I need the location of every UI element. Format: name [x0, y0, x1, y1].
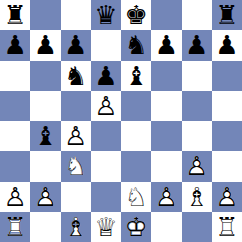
piece-white-rook[interactable]: ♜♖: [212, 212, 242, 242]
white-piece-outline: ♙: [91, 91, 121, 121]
white-piece-outline: ♔: [121, 212, 151, 242]
piece-black-king[interactable]: ♚: [121, 0, 151, 30]
square-g3[interactable]: ♟♙: [182, 151, 212, 181]
square-g7[interactable]: ♟: [182, 30, 212, 60]
square-e6[interactable]: ♝: [121, 61, 151, 91]
square-a4[interactable]: [0, 121, 30, 151]
square-c4[interactable]: ♟♙: [61, 121, 91, 151]
square-g8[interactable]: [182, 0, 212, 30]
square-b2[interactable]: ♟♙: [30, 182, 60, 212]
piece-black-pawn[interactable]: ♟: [182, 30, 212, 60]
square-h6[interactable]: [212, 61, 242, 91]
square-h3[interactable]: [212, 151, 242, 181]
square-a6[interactable]: [0, 61, 30, 91]
piece-white-bishop[interactable]: ♝♗: [182, 182, 212, 212]
square-e3[interactable]: [121, 151, 151, 181]
white-piece-outline: ♙: [0, 182, 30, 212]
square-f7[interactable]: ♟: [151, 30, 181, 60]
piece-white-pawn[interactable]: ♟♙: [0, 182, 30, 212]
piece-black-pawn[interactable]: ♟: [91, 61, 121, 91]
white-piece-outline: ♙: [30, 182, 60, 212]
piece-black-rook[interactable]: ♜: [212, 0, 242, 30]
piece-black-pawn[interactable]: ♟: [61, 30, 91, 60]
piece-black-bishop[interactable]: ♝: [30, 121, 60, 151]
chess-board: ♜♛♚♜♟♟♟♞♟♟♟♞♟♝♟♙♝♟♙♞♘♟♙♟♙♟♙♞♘♟♙♝♗♟♙♜♖♝♗♛…: [0, 0, 242, 242]
square-h5[interactable]: [212, 91, 242, 121]
square-e7[interactable]: ♞: [121, 30, 151, 60]
square-h2[interactable]: ♟♙: [212, 182, 242, 212]
white-piece-outline: ♙: [61, 121, 91, 151]
piece-white-pawn[interactable]: ♟♙: [212, 182, 242, 212]
square-f2[interactable]: ♟♙: [151, 182, 181, 212]
piece-white-king[interactable]: ♚♔: [121, 212, 151, 242]
piece-black-queen[interactable]: ♛: [91, 0, 121, 30]
piece-white-pawn[interactable]: ♟♙: [91, 91, 121, 121]
square-g5[interactable]: [182, 91, 212, 121]
piece-black-pawn[interactable]: ♟: [212, 30, 242, 60]
square-h1[interactable]: ♜♖: [212, 212, 242, 242]
piece-black-pawn[interactable]: ♟: [0, 30, 30, 60]
white-piece-outline: ♗: [61, 212, 91, 242]
square-d6[interactable]: ♟: [91, 61, 121, 91]
square-a3[interactable]: [0, 151, 30, 181]
piece-black-pawn[interactable]: ♟: [151, 30, 181, 60]
white-piece-outline: ♘: [61, 151, 91, 181]
square-e2[interactable]: ♞♘: [121, 182, 151, 212]
piece-white-bishop[interactable]: ♝♗: [61, 212, 91, 242]
square-b6[interactable]: [30, 61, 60, 91]
square-h4[interactable]: [212, 121, 242, 151]
square-c1[interactable]: ♝♗: [61, 212, 91, 242]
square-d1[interactable]: ♛♕: [91, 212, 121, 242]
piece-black-knight[interactable]: ♞: [61, 61, 91, 91]
square-e8[interactable]: ♚: [121, 0, 151, 30]
square-g1[interactable]: [182, 212, 212, 242]
piece-white-knight[interactable]: ♞♘: [61, 151, 91, 181]
piece-black-knight[interactable]: ♞: [121, 30, 151, 60]
white-piece-outline: ♙: [212, 182, 242, 212]
piece-black-rook[interactable]: ♜: [0, 0, 30, 30]
square-h7[interactable]: ♟: [212, 30, 242, 60]
piece-white-pawn[interactable]: ♟♙: [61, 121, 91, 151]
square-b3[interactable]: [30, 151, 60, 181]
square-a8[interactable]: ♜: [0, 0, 30, 30]
white-piece-outline: ♖: [0, 212, 30, 242]
square-f4[interactable]: [151, 121, 181, 151]
square-d2[interactable]: [91, 182, 121, 212]
square-c5[interactable]: [61, 91, 91, 121]
square-a1[interactable]: ♜♖: [0, 212, 30, 242]
white-piece-outline: ♕: [91, 212, 121, 242]
square-b5[interactable]: [30, 91, 60, 121]
square-g4[interactable]: [182, 121, 212, 151]
square-b1[interactable]: [30, 212, 60, 242]
white-piece-outline: ♙: [151, 182, 181, 212]
square-c6[interactable]: ♞: [61, 61, 91, 91]
square-d3[interactable]: [91, 151, 121, 181]
square-h8[interactable]: ♜: [212, 0, 242, 30]
square-d7[interactable]: [91, 30, 121, 60]
square-c7[interactable]: ♟: [61, 30, 91, 60]
square-c2[interactable]: [61, 182, 91, 212]
square-d4[interactable]: [91, 121, 121, 151]
piece-black-pawn[interactable]: ♟: [30, 30, 60, 60]
square-b7[interactable]: ♟: [30, 30, 60, 60]
square-b4[interactable]: ♝: [30, 121, 60, 151]
piece-white-queen[interactable]: ♛♕: [91, 212, 121, 242]
square-d5[interactable]: ♟♙: [91, 91, 121, 121]
white-piece-outline: ♗: [182, 182, 212, 212]
square-e1[interactable]: ♚♔: [121, 212, 151, 242]
square-g6[interactable]: [182, 61, 212, 91]
square-f5[interactable]: [151, 91, 181, 121]
square-b8[interactable]: [30, 0, 60, 30]
piece-white-pawn[interactable]: ♟♙: [30, 182, 60, 212]
square-g2[interactable]: ♝♗: [182, 182, 212, 212]
square-c8[interactable]: [61, 0, 91, 30]
white-piece-outline: ♖: [212, 212, 242, 242]
piece-white-rook[interactable]: ♜♖: [0, 212, 30, 242]
square-f6[interactable]: [151, 61, 181, 91]
square-a5[interactable]: [0, 91, 30, 121]
piece-black-bishop[interactable]: ♝: [121, 61, 151, 91]
square-c3[interactable]: ♞♘: [61, 151, 91, 181]
white-piece-outline: ♘: [121, 182, 151, 212]
square-a7[interactable]: ♟: [0, 30, 30, 60]
square-f3[interactable]: [151, 151, 181, 181]
square-f1[interactable]: [151, 212, 181, 242]
square-f8[interactable]: [151, 0, 181, 30]
square-e4[interactable]: [121, 121, 151, 151]
square-e5[interactable]: [121, 91, 151, 121]
piece-white-pawn[interactable]: ♟♙: [182, 151, 212, 181]
piece-white-knight[interactable]: ♞♘: [121, 182, 151, 212]
piece-white-pawn[interactable]: ♟♙: [151, 182, 181, 212]
white-piece-outline: ♙: [182, 151, 212, 181]
square-a2[interactable]: ♟♙: [0, 182, 30, 212]
square-d8[interactable]: ♛: [91, 0, 121, 30]
